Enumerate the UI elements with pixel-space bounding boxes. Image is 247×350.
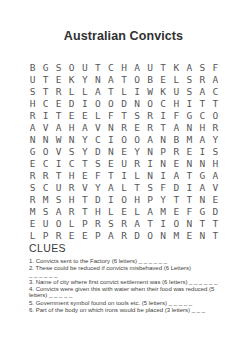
grid-cell: H: [65, 193, 78, 205]
clue-line: 6. Part of the body on which irons would…: [29, 307, 229, 313]
grid-cell: E: [65, 229, 78, 241]
grid-cell: E: [52, 73, 65, 85]
grid-cell: U: [39, 217, 52, 229]
grid-cell: E: [26, 157, 39, 169]
grid-cell: H: [26, 97, 39, 109]
clues-heading: CLUES: [29, 242, 229, 254]
grid-cell: T: [39, 73, 52, 85]
grid-cell: A: [209, 73, 222, 85]
grid-cell: I: [157, 109, 170, 121]
grid-cell: M: [39, 193, 52, 205]
grid-cell: N: [183, 121, 196, 133]
grid-cell: K: [157, 85, 170, 97]
grid-cell: I: [144, 157, 157, 169]
grid-cell: O: [170, 217, 183, 229]
grid-cell: H: [65, 121, 78, 133]
grid-cell: O: [144, 97, 157, 109]
clue-line: 1. Convicts sent to the Factory (6 lette…: [29, 258, 229, 264]
grid-cell: O: [144, 229, 157, 241]
puzzle-title: Australian Convicts: [0, 29, 247, 43]
grid-cell: P: [78, 217, 91, 229]
grid-cell: C: [91, 133, 104, 145]
grid-cell: O: [65, 61, 78, 73]
grid-cell: I: [39, 109, 52, 121]
grid-cell: U: [26, 73, 39, 85]
grid-cell: R: [65, 181, 78, 193]
grid-cell: B: [26, 61, 39, 73]
grid-cell: E: [170, 157, 183, 169]
grid-cell: R: [91, 217, 104, 229]
grid-cell: N: [196, 157, 209, 169]
grid-cell: F: [183, 205, 196, 217]
clue-line: _ _ _ _ _ _: [29, 272, 229, 278]
grid-cell: M: [183, 133, 196, 145]
grid-cell: H: [170, 97, 183, 109]
grid-cell: T: [157, 121, 170, 133]
grid-cell: S: [131, 109, 144, 121]
grid-cell: S: [104, 217, 117, 229]
grid-cell: L: [65, 217, 78, 229]
grid-cell: A: [170, 169, 183, 181]
grid-cell: A: [131, 217, 144, 229]
grid-cell: E: [52, 97, 65, 109]
grid-cell: C: [65, 157, 78, 169]
grid-cell: R: [144, 109, 157, 121]
grid-cell: N: [157, 133, 170, 145]
grid-cell: S: [26, 85, 39, 97]
grid-cell: U: [117, 157, 130, 169]
grid-cell: R: [209, 121, 222, 133]
grid-cell: D: [131, 229, 144, 241]
grid-cell: D: [65, 97, 78, 109]
grid-cell: T: [52, 169, 65, 181]
grid-cell: C: [39, 181, 52, 193]
grid-cell: I: [104, 133, 117, 145]
grid-cell: A: [52, 205, 65, 217]
grid-cell: L: [104, 205, 117, 217]
grid-cell: R: [144, 121, 157, 133]
grid-cell: N: [144, 169, 157, 181]
grid-cell: T: [39, 85, 52, 97]
grid-cell: D: [91, 145, 104, 157]
grid-cell: E: [183, 229, 196, 241]
clue-list: 1. Convicts sent to the Factory (6 lette…: [29, 258, 229, 313]
grid-cell: C: [39, 157, 52, 169]
grid-cell: U: [78, 61, 91, 73]
grid-cell: E: [183, 145, 196, 157]
grid-cell: N: [39, 133, 52, 145]
clue-item: 4. Convicts were given this with water w…: [29, 286, 229, 299]
grid-cell: T: [131, 181, 144, 193]
grid-cell: E: [157, 73, 170, 85]
grid-cell: F: [91, 169, 104, 181]
grid-cell: S: [144, 181, 157, 193]
grid-cell: N: [104, 121, 117, 133]
grid-cell: D: [170, 181, 183, 193]
grid-cell: O: [131, 133, 144, 145]
grid-cell: P: [157, 145, 170, 157]
grid-cell: R: [65, 205, 78, 217]
grid-cell: R: [26, 169, 39, 181]
grid-cell: O: [209, 109, 222, 121]
grid-cell: G: [196, 169, 209, 181]
grid-cell: Y: [91, 181, 104, 193]
grid-cell: M: [170, 229, 183, 241]
grid-cell: M: [157, 205, 170, 217]
grid-cell: S: [52, 193, 65, 205]
grid-cell: R: [39, 169, 52, 181]
grid-cell: A: [104, 229, 117, 241]
grid-cell: H: [196, 121, 209, 133]
grid-cell: N: [183, 157, 196, 169]
grid-cell: I: [117, 169, 130, 181]
grid-cell: R: [117, 121, 130, 133]
grid-cell: H: [91, 205, 104, 217]
grid-cell: E: [170, 205, 183, 217]
grid-cell: N: [104, 145, 117, 157]
grid-cell: O: [131, 73, 144, 85]
grid-cell: E: [104, 157, 117, 169]
grid-cell: H: [117, 61, 130, 73]
grid-cell: F: [170, 109, 183, 121]
grid-cell: V: [52, 145, 65, 157]
grid-cell: U: [170, 85, 183, 97]
grid-cell: F: [104, 109, 117, 121]
grid-cell: N: [131, 97, 144, 109]
grid-cell: T: [144, 217, 157, 229]
grid-cell: L: [117, 181, 130, 193]
grid-cell: L: [91, 109, 104, 121]
grid-cell: O: [52, 217, 65, 229]
grid-cell: G: [26, 145, 39, 157]
grid-cell: T: [78, 157, 91, 169]
grid-cell: S: [209, 145, 222, 157]
clue-item: 1. Convicts sent to the Factory (6 lette…: [29, 258, 229, 264]
grid-cell: V: [78, 181, 91, 193]
grid-cell: T: [78, 193, 91, 205]
grid-cell: N: [65, 133, 78, 145]
grid-cell: S: [196, 61, 209, 73]
grid-cell: S: [26, 181, 39, 193]
grid-cell: F: [209, 61, 222, 73]
grid-cell: D: [209, 205, 222, 217]
grid-cell: G: [183, 109, 196, 121]
grid-cell: E: [65, 109, 78, 121]
grid-cell: R: [117, 229, 130, 241]
grid-cell: C: [157, 97, 170, 109]
grid-cell: T: [117, 73, 130, 85]
grid-cell: N: [183, 217, 196, 229]
grid-cell: T: [209, 229, 222, 241]
grid-cell: D: [117, 97, 130, 109]
grid-cell: T: [52, 109, 65, 121]
grid-cell: I: [52, 157, 65, 169]
grid-cell: A: [78, 121, 91, 133]
grid-cell: L: [117, 85, 130, 97]
grid-cell: A: [91, 85, 104, 97]
grid-cell: L: [131, 169, 144, 181]
grid-cell: B: [170, 133, 183, 145]
grid-cell: T: [157, 61, 170, 73]
grid-cell: O: [117, 193, 130, 205]
grid-cell: A: [183, 61, 196, 73]
grid-cell: C: [39, 97, 52, 109]
grid-cell: O: [39, 145, 52, 157]
grid-cell: I: [131, 85, 144, 97]
grid-cell: A: [131, 61, 144, 73]
grid-cell: S: [183, 73, 196, 85]
grid-cell: A: [104, 73, 117, 85]
grid-cell: A: [26, 121, 39, 133]
grid-cell: L: [65, 85, 78, 97]
grid-cell: T: [117, 109, 130, 121]
grid-cell: V: [209, 181, 222, 193]
grid-cell: A: [104, 181, 117, 193]
grid-cell: U: [144, 61, 157, 73]
grid-cell: P: [144, 193, 157, 205]
grid-cell: A: [144, 133, 157, 145]
grid-cell: I: [157, 169, 170, 181]
grid-cell: T: [183, 193, 196, 205]
word-search-grid: BGSOUTCHAUTKASFUTEKYNATOBELSRASTRLLATLIW…: [26, 61, 222, 241]
grid-cell: N: [91, 73, 104, 85]
grid-cell: B: [144, 73, 157, 85]
grid-cell: S: [65, 145, 78, 157]
grid-cell: E: [78, 109, 91, 121]
grid-cell: T: [196, 217, 209, 229]
grid-cell: E: [117, 145, 130, 157]
grid-cell: T: [104, 169, 117, 181]
grid-cell: H: [65, 169, 78, 181]
grid-cell: A: [196, 133, 209, 145]
grid-cell: R: [196, 73, 209, 85]
grid-cell: A: [52, 121, 65, 133]
grid-cell: I: [196, 145, 209, 157]
worksheet-page: Australian Convicts BGSOUTCHAUTKASFUTEKY…: [0, 0, 247, 350]
grid-cell: N: [144, 145, 157, 157]
grid-cell: T: [104, 85, 117, 97]
grid-cell: L: [78, 85, 91, 97]
grid-cell: Y: [78, 145, 91, 157]
grid-cell: R: [131, 157, 144, 169]
clue-item: 6. Part of the body on which irons would…: [29, 307, 229, 313]
clue-line: 3. Name of city where first convict sett…: [29, 279, 229, 285]
grid-cell: P: [91, 229, 104, 241]
grid-cell: Y: [131, 145, 144, 157]
grid-cell: R: [117, 217, 130, 229]
grid-cell: E: [131, 121, 144, 133]
grid-cell: Y: [157, 193, 170, 205]
grid-cell: F: [157, 181, 170, 193]
grid-cell: V: [91, 121, 104, 133]
grid-cell: M: [26, 205, 39, 217]
grid-cell: H: [131, 193, 144, 205]
grid-cell: E: [26, 217, 39, 229]
grid-cell: P: [39, 229, 52, 241]
grid-cell: I: [183, 97, 196, 109]
grid-cell: A: [170, 121, 183, 133]
grid-cell: O: [91, 97, 104, 109]
grid-cell: S: [52, 61, 65, 73]
grid-cell: T: [78, 205, 91, 217]
grid-cell: N: [196, 229, 209, 241]
grid-cell: R: [26, 109, 39, 121]
grid-cell: O: [117, 133, 130, 145]
grid-cell: I: [157, 217, 170, 229]
grid-cell: T: [209, 97, 222, 109]
grid-cell: R: [52, 85, 65, 97]
grid-cell: S: [183, 85, 196, 97]
grid-cell: E: [209, 193, 222, 205]
clue-item: 5. Government symbol found on tools etc.…: [29, 300, 229, 306]
grid-cell: T: [183, 169, 196, 181]
grid-cell: N: [157, 157, 170, 169]
grid-cell: N: [196, 193, 209, 205]
grid-cell: Y: [78, 133, 91, 145]
grid-cell: Y: [78, 73, 91, 85]
grid-cell: K: [65, 73, 78, 85]
grid-cell: T: [91, 61, 104, 73]
grid-cell: A: [196, 181, 209, 193]
grid-cell: Y: [209, 133, 222, 145]
grid-cell: C: [196, 109, 209, 121]
grid-cell: L: [26, 229, 39, 241]
grid-cell: E: [117, 205, 130, 217]
clue-item: 3. Name of city where first convict sett…: [29, 279, 229, 285]
grid-cell: A: [209, 169, 222, 181]
grid-cell: N: [26, 133, 39, 145]
grid-cell: T: [170, 193, 183, 205]
clue-line: 5. Government symbol found on tools etc.…: [29, 300, 229, 306]
grid-cell: E: [78, 229, 91, 241]
grid-cell: A: [144, 205, 157, 217]
grid-cell: C: [104, 61, 117, 73]
grid-cell: H: [209, 157, 222, 169]
clues-section: CLUES 1. Convicts sent to the Factory (6…: [29, 242, 229, 314]
grid-cell: R: [52, 229, 65, 241]
grid-cell: E: [78, 169, 91, 181]
grid-cell: V: [39, 121, 52, 133]
grid-cell: L: [170, 73, 183, 85]
grid-cell: G: [196, 205, 209, 217]
grid-cell: I: [104, 193, 117, 205]
grid-cell: W: [144, 85, 157, 97]
grid-cell: T: [209, 217, 222, 229]
grid-cell: R: [170, 145, 183, 157]
grid-cell: O: [104, 97, 117, 109]
grid-cell: K: [170, 61, 183, 73]
grid-cell: I: [78, 97, 91, 109]
clue-line: letters) _ _ _ _ _: [29, 292, 229, 298]
grid-cell: S: [91, 157, 104, 169]
grid-cell: L: [131, 205, 144, 217]
grid-cell: R: [26, 193, 39, 205]
grid-cell: D: [91, 193, 104, 205]
grid-cell: A: [196, 85, 209, 97]
grid-cell: W: [52, 133, 65, 145]
grid-cell: S: [39, 205, 52, 217]
grid-cell: U: [52, 181, 65, 193]
clue-item: 2. These could be reduced if convicts mi…: [29, 265, 229, 278]
grid-cell: N: [157, 229, 170, 241]
grid-cell: T: [196, 97, 209, 109]
grid-cell: I: [183, 181, 196, 193]
grid-cell: G: [39, 61, 52, 73]
grid-cell: C: [209, 85, 222, 97]
